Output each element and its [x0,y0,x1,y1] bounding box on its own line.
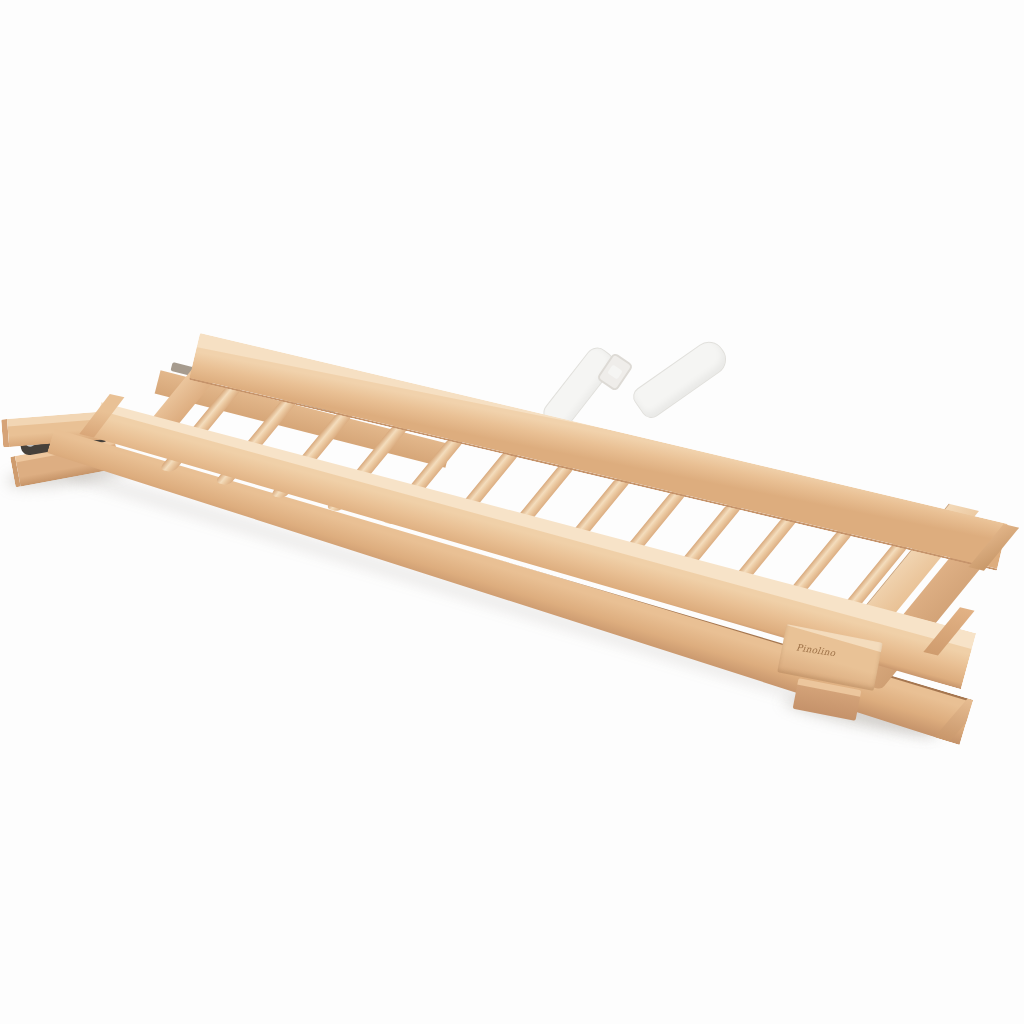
strap-upper-segment [629,336,732,422]
product-photo-stage: Pinolino [0,0,1024,1024]
brand-stamp: Pinolino [795,642,851,665]
strap-buckle-slot [607,364,623,379]
